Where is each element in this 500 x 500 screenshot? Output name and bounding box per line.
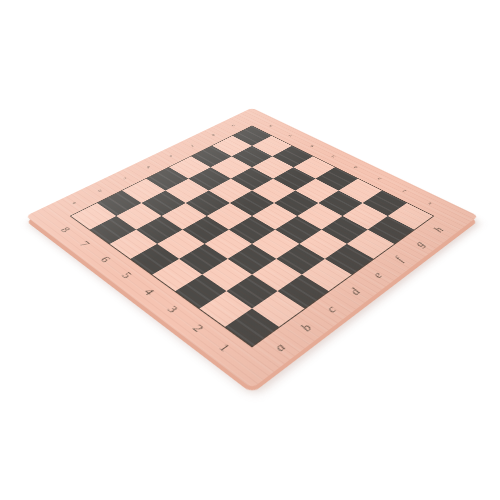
product-photo: 87654321 abcdefgh abcdefgh 87654321 (0, 0, 500, 500)
board-scene: 87654321 abcdefgh abcdefgh 87654321 (0, 0, 500, 500)
chessboard: 87654321 abcdefgh abcdefgh 87654321 (26, 108, 479, 389)
board-grid (70, 125, 435, 347)
